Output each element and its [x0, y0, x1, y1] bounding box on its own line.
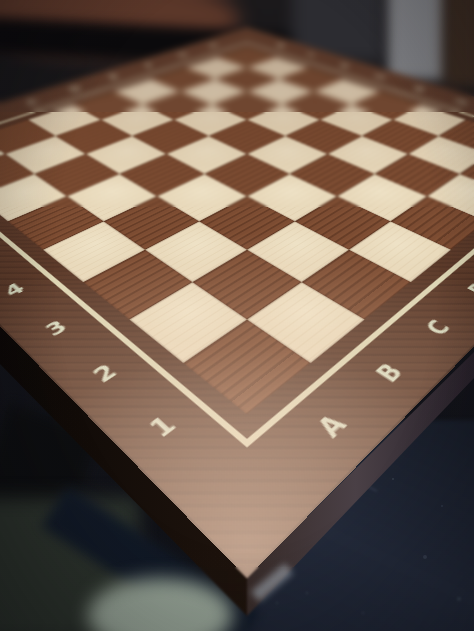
photo-scene: AABBCCDDEEFFGGHH1122334455667788 — [0, 0, 474, 631]
frame-inlay-line — [0, 42, 474, 447]
board-grid — [0, 47, 474, 414]
